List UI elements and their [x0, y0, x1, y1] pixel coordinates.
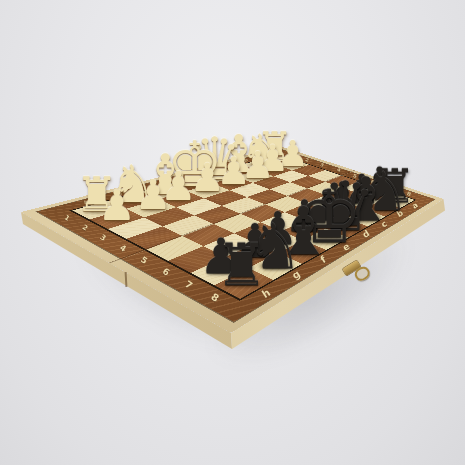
chess-set-photo: 12345678hgfedcbahgfedcba12345678 ♜♞♝♛♚♝♞… [0, 0, 465, 465]
